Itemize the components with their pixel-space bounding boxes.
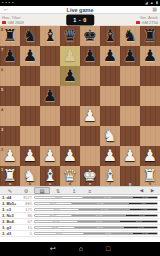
piece-black-bishop[interactable]: ♝ [40,26,60,46]
explorer-black-wins-segment: 23% [129,203,157,205]
rank-label-3: 3 [1,127,3,132]
white-player-rating: GM 2609 [2,20,24,25]
explorer-game-count: 881 [21,201,32,206]
square-f1[interactable]: f♝ [100,166,120,186]
explorer-black-wins-segment: 22% [130,209,157,211]
page-title: Live game [15,7,145,13]
square-g6[interactable] [120,66,140,86]
explorer-move: 3. d3 [2,231,19,236]
square-c3[interactable] [40,126,60,146]
square-e7[interactable]: ♟ [80,46,100,66]
black-player: Giri, Anish GM 2750 [136,15,158,24]
explorer-draws-segment: 41% [83,197,133,199]
ghost-piece-pawn: ♟ [60,46,80,66]
piece-black-knight[interactable]: ♞ [20,26,40,46]
square-c4[interactable] [40,106,60,126]
piece-black-pawn[interactable]: ♟ [140,46,160,66]
explorer-result-bar: 30%47%23% [34,202,158,206]
next-move-button[interactable]: ▶ [147,187,158,194]
file-label-e: e [89,181,91,186]
explorer-move: 3. c3 [2,207,19,212]
square-a5[interactable]: 5 [0,86,20,106]
rank-label-7: 7 [1,47,3,52]
square-b1[interactable]: b♞ [20,166,40,186]
square-h5[interactable] [140,86,160,106]
white-player-flag [2,21,6,24]
file-label-c: c [49,181,51,186]
white-player: Hou, Yifan GM 2609 [2,15,24,24]
piece-black-pawn[interactable]: ♟ [20,46,40,66]
rank-label-5: 5 [1,87,3,92]
piece-black-knight[interactable]: ♞ [120,26,140,46]
square-h3[interactable] [140,126,160,146]
rank-label-1: 1 [1,167,3,172]
android-nav-bar: ↩⌂□ [0,242,160,256]
black-player-flag [136,21,140,24]
piece-black-bishop[interactable]: ♝ [100,26,120,46]
square-f5[interactable] [100,86,120,106]
piece-black-queen[interactable]: ♛ [60,26,80,46]
android-recents-icon[interactable]: □ [106,242,110,256]
explorer-move: 3. Nc3 [2,213,19,218]
app-header: ← Live game ▦ [0,6,160,14]
square-g4[interactable] [120,106,140,126]
explorer-game-count: 86 [21,213,32,218]
square-g7[interactable]: ♟ [120,46,140,66]
file-label-b: b [29,181,31,186]
square-h2[interactable]: ♟ [140,146,160,166]
explorer-white-wins-segment: 40% [35,233,84,235]
square-g8[interactable]: ♞ [120,26,140,46]
square-e5[interactable] [80,86,100,106]
square-b5[interactable] [20,86,40,106]
piece-white-pawn[interactable]: ♟ [80,106,100,126]
square-e6[interactable] [80,66,100,86]
square-d8[interactable]: ♛ [60,26,80,46]
prev-move-button[interactable]: ◀ [136,187,147,194]
square-f4[interactable] [100,106,120,126]
white-player-rating-text: GM 2609 [8,20,24,25]
square-e8[interactable]: ♚ [80,26,100,46]
chess-board: 8♜♞♝♛♚♝♞♜7♟♟♟♟♟♟♟6♟5♟4♟3♞2♟♟♟♟♟♟♟1a♜b♞c♝… [0,26,160,186]
square-c7[interactable] [40,46,60,66]
explorer-game-count: 15 [21,225,32,230]
explorer-result-bar: 35%35%30% [34,220,158,224]
square-f6[interactable] [100,66,120,86]
square-a3[interactable]: 3 [0,126,20,146]
square-g1[interactable]: g [120,166,140,186]
opening-explorer: 3. d4357739%41%20%3. Bb5+88130%47%23%3. … [0,195,160,237]
explorer-result-bar: 40%40%20% [34,232,158,236]
square-g3[interactable] [120,126,140,146]
explorer-white-wins-segment: 30% [35,203,72,205]
app-window: ▪▪▪▪ ◢▲▮ ← Live game ▦ Hou, Yifan GM 260… [0,0,160,256]
explorer-game-count: 5 [21,231,32,236]
square-b6[interactable] [20,66,40,86]
piece-black-pawn[interactable]: ♟ [40,86,60,106]
piece-white-pawn[interactable]: ♟ [20,146,40,166]
square-d6[interactable]: ♟ [60,66,80,86]
piece-white-pawn[interactable]: ♟ [40,146,60,166]
explorer-result-bar: 39%41%20% [34,196,158,200]
explorer-result-bar: 33%40%27% [34,226,158,230]
file-label-f: f [109,181,110,186]
square-c1[interactable]: c♝ [40,166,60,186]
explorer-draws-segment: 42% [79,209,130,211]
explorer-draws-segment: 35% [78,221,121,223]
square-d5[interactable] [60,86,80,106]
piece-white-pawn[interactable]: ♟ [60,146,80,166]
piece-black-rook[interactable]: ♜ [140,26,160,46]
share-icon[interactable]: ↥ [66,187,82,194]
explorer-result-bar: 36%42%22% [34,208,158,212]
square-a1[interactable]: 1a♜ [0,166,20,186]
square-g2[interactable]: ♟ [120,146,140,166]
square-f2[interactable]: ♟ [100,146,120,166]
square-b3[interactable] [20,126,40,146]
opening-book-icon[interactable]: ▤ [34,187,50,194]
explorer-move: 3. g3 [2,225,19,230]
explorer-white-wins-segment: 39% [35,197,83,199]
explorer-move: 3. Bc4 [2,219,19,224]
analysis-toolbar: ✎⚙▤⇅↥≡ ◀ ▶ [0,186,160,195]
square-e3[interactable] [80,126,100,146]
players-bar: Hou, Yifan GM 2609 1 - 0 Giri, Anish GM … [0,14,160,26]
explorer-result-bar: 30%45%25% [34,214,158,218]
square-f8[interactable]: ♝ [100,26,120,46]
square-b8[interactable]: ♞ [20,26,40,46]
rank-label-8: 8 [1,27,3,32]
square-d2[interactable]: ♟ [60,146,80,166]
square-e1[interactable]: e♚ [80,166,100,186]
explorer-move: 3. Bb5+ [2,201,19,206]
square-a7[interactable]: 7♟ [0,46,20,66]
square-b2[interactable]: ♟ [20,146,40,166]
square-c6[interactable] [40,66,60,86]
square-a6[interactable]: 6 [0,66,20,86]
piece-black-pawn[interactable]: ♟ [100,46,120,66]
square-c8[interactable]: ♝ [40,26,60,46]
square-b4[interactable] [20,106,40,126]
square-e2[interactable] [80,146,100,166]
game-result-badge: 1 - 0 [66,14,94,25]
explorer-draws-segment: 40% [84,233,133,235]
square-h4[interactable] [140,106,160,126]
explorer-draws-segment: 45% [72,215,127,217]
square-b7[interactable]: ♟ [20,46,40,66]
android-back-icon[interactable]: ↩ [50,242,56,256]
explorer-black-wins-segment: 20% [133,233,157,235]
explorer-black-wins-segment: 20% [133,197,157,199]
engine-icon[interactable]: ⚙ [18,187,34,194]
explorer-draws-segment: 47% [72,203,129,205]
square-h7[interactable]: ♟ [140,46,160,66]
square-d7[interactable]: ♟ [60,46,80,66]
explorer-draws-segment: 40% [75,227,124,229]
back-icon[interactable]: ← [3,6,15,13]
square-d1[interactable]: d♛ [60,166,80,186]
square-a8[interactable]: 8♜ [0,26,20,46]
android-home-icon[interactable]: ⌂ [79,242,83,256]
square-g5[interactable] [120,86,140,106]
explorer-white-wins-segment: 36% [35,209,79,211]
board-menu-icon[interactable]: ▦ [145,6,157,13]
square-d4[interactable] [60,106,80,126]
black-player-rating: GM 2750 [136,20,158,25]
move-list-icon[interactable]: ≡ [82,187,98,194]
square-c2[interactable]: ♟ [40,146,60,166]
piece-white-pawn[interactable]: ♟ [140,146,160,166]
file-label-d: d [69,181,71,186]
explorer-black-wins-segment: 30% [120,221,157,223]
square-h6[interactable] [140,66,160,86]
square-f3[interactable]: ♞ [100,126,120,146]
flip-board-icon[interactable]: ⇅ [50,187,66,194]
piece-white-pawn[interactable]: ♟ [120,146,140,166]
square-d3[interactable] [60,126,80,146]
file-label-a: a [9,181,11,186]
explorer-move: 3. d4 [2,195,19,200]
explorer-white-wins-segment: 30% [35,215,72,217]
explorer-black-wins-segment: 25% [126,215,157,217]
square-a4[interactable]: 4 [0,106,20,126]
square-c5[interactable]: ♟ [40,86,60,106]
file-label-h: h [149,181,151,186]
piece-black-king[interactable]: ♚ [80,26,100,46]
explorer-game-count: 67 [21,219,32,224]
square-e4[interactable]: ♟ [80,106,100,126]
explorer-game-count: 3577 [21,195,32,200]
rank-label-4: 4 [1,107,3,112]
file-label-g: g [129,181,131,186]
square-a2[interactable]: 2♟ [0,146,20,166]
edit-icon[interactable]: ✎ [2,187,18,194]
explorer-game-count: 171 [21,207,32,212]
square-h8[interactable]: ♜ [140,26,160,46]
rank-label-2: 2 [1,147,3,152]
piece-black-pawn[interactable]: ♟ [80,46,100,66]
explorer-white-wins-segment: 35% [35,221,78,223]
piece-white-knight[interactable]: ♞ [100,126,120,146]
square-h1[interactable]: h♜ [140,166,160,186]
rank-label-6: 6 [1,67,3,72]
black-player-rating-text: GM 2750 [142,20,158,25]
explorer-white-wins-segment: 33% [35,227,75,229]
piece-white-pawn[interactable]: ♟ [100,146,120,166]
piece-black-pawn[interactable]: ♟ [60,66,80,86]
piece-black-pawn[interactable]: ♟ [120,46,140,66]
explorer-black-wins-segment: 27% [124,227,157,229]
square-f7[interactable]: ♟ [100,46,120,66]
